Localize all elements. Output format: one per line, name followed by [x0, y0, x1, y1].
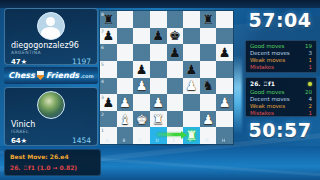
player-top-stars: 47★: [11, 58, 27, 66]
shield-icon: [37, 71, 44, 80]
white-pawn-c4[interactable]: ♟: [136, 79, 148, 92]
square-b8[interactable]: [117, 11, 134, 28]
square-h4[interactable]: [216, 78, 233, 95]
square-g6[interactable]: [200, 44, 217, 61]
square-c4[interactable]: ♟: [133, 78, 150, 95]
square-h3[interactable]: ♟: [216, 94, 233, 111]
square-b3[interactable]: ♟: [117, 94, 134, 111]
square-h8[interactable]: [216, 11, 233, 28]
last-move-label: 26. ♖f1: [250, 80, 275, 88]
square-a7[interactable]: 7♟: [100, 28, 117, 45]
square-a4[interactable]: 4: [100, 78, 117, 95]
square-f3[interactable]: [183, 94, 200, 111]
white-pawn-h3[interactable]: ♟: [219, 96, 231, 109]
square-e5[interactable]: [167, 61, 184, 78]
square-f2[interactable]: [183, 111, 200, 128]
star-icon: ★: [21, 58, 27, 66]
avatar-top[interactable]: [37, 12, 65, 40]
stat-row-weak-moves: Weak moves1: [250, 57, 312, 64]
black-pawn-a7[interactable]: ♟: [102, 29, 114, 42]
player-top-rating: 1197: [72, 57, 91, 66]
black-king-e7[interactable]: ♚: [169, 29, 181, 42]
square-h6[interactable]: ♟: [216, 44, 233, 61]
white-pawn-b3[interactable]: ♟: [119, 96, 131, 109]
square-c2[interactable]: ♚: [133, 111, 150, 128]
square-g3[interactable]: [200, 94, 217, 111]
square-d4[interactable]: [150, 78, 167, 95]
black-pawn-h6[interactable]: ♟: [219, 46, 231, 59]
square-f8[interactable]: [183, 11, 200, 28]
player-top-name: diegogonzalez96: [11, 41, 91, 50]
stat-row-decent-moves: Decent moves3: [250, 50, 312, 57]
square-e4[interactable]: [167, 78, 184, 95]
square-a2[interactable]: 2: [100, 111, 117, 128]
square-d7[interactable]: ♟: [150, 28, 167, 45]
square-c8[interactable]: [133, 11, 150, 28]
square-c3[interactable]: [133, 94, 150, 111]
black-pawn-a3[interactable]: ♟: [102, 96, 114, 109]
move-stats-bottom: 26. ♖f1 Good moves20Decent moves4Weak mo…: [245, 77, 317, 117]
played-move-eval-text: 26. ♖f1 (1.0 → 0.82): [10, 164, 95, 172]
square-b5[interactable]: [117, 61, 134, 78]
cyan-glow-streak: [233, 55, 242, 135]
stat-row-mistakes: Mistakes1: [250, 64, 312, 71]
square-h2[interactable]: [216, 111, 233, 128]
rank-label: 4: [101, 79, 104, 84]
last-move-arrowhead: [181, 131, 187, 139]
square-e7[interactable]: ♚: [167, 28, 184, 45]
black-pawn-d7[interactable]: ♟: [152, 29, 164, 42]
square-g2[interactable]: ♟: [200, 111, 217, 128]
avatar-silhouette-head-icon: [46, 17, 55, 26]
file-label: A: [99, 138, 116, 143]
square-d5[interactable]: [150, 61, 167, 78]
chess-board[interactable]: 8♜♜7♟♟♚6♟♟5♟♟4♟♟♞3♟♟♟♟2♝♚♜♟1♜: [99, 10, 234, 145]
best-move-text: Best Move: 26.e4: [10, 153, 95, 161]
white-pawn-d3[interactable]: ♟: [152, 96, 164, 109]
square-g7[interactable]: [200, 28, 217, 45]
stat-row-decent-moves: Decent moves4: [250, 96, 312, 103]
square-g4[interactable]: ♞: [200, 78, 217, 95]
player-card-top: diegogonzalez96 ARGENTINA 47★ 1197: [4, 8, 98, 65]
chessfriends-logo[interactable]: Chess Friends .com: [4, 67, 98, 84]
square-a3[interactable]: 3♟: [100, 94, 117, 111]
avatar-silhouette-body-icon: [41, 27, 60, 39]
square-b6[interactable]: [117, 44, 134, 61]
file-label: B: [116, 138, 133, 143]
file-labels: ABCDEFGH: [99, 138, 232, 143]
square-a5[interactable]: 5: [100, 61, 117, 78]
square-b2[interactable]: ♝: [117, 111, 134, 128]
last-move-arrow: [157, 133, 182, 136]
square-c7[interactable]: [133, 28, 150, 45]
white-rook-d2[interactable]: ♜: [152, 113, 164, 126]
black-pawn-e6[interactable]: ♟: [169, 46, 181, 59]
app-screen: diegogonzalez96 ARGENTINA 47★ 1197 Chess…: [0, 0, 320, 180]
file-label: G: [199, 138, 216, 143]
player-bottom-stars: 64★: [11, 137, 27, 145]
black-knight-g4[interactable]: ♞: [202, 79, 214, 92]
square-e3[interactable]: [167, 94, 184, 111]
logo-text-chess: Chess: [8, 71, 35, 80]
square-d3[interactable]: ♟: [150, 94, 167, 111]
rank-label: 5: [101, 62, 104, 67]
square-f7[interactable]: [183, 28, 200, 45]
clock-bottom: 50:57: [243, 119, 317, 147]
white-king-c2[interactable]: ♚: [136, 113, 148, 126]
square-a6[interactable]: 6: [100, 44, 117, 61]
square-f5[interactable]: ♟: [183, 61, 200, 78]
avatar-bottom[interactable]: [37, 91, 65, 119]
black-rook-g8[interactable]: ♜: [202, 13, 214, 26]
file-label: C: [132, 138, 149, 143]
square-d2[interactable]: ♜: [150, 111, 167, 128]
square-c6[interactable]: [133, 44, 150, 61]
square-g5[interactable]: [200, 61, 217, 78]
square-c5[interactable]: ♟: [133, 61, 150, 78]
square-h7[interactable]: [216, 28, 233, 45]
white-pawn-f4[interactable]: ♟: [186, 79, 198, 92]
square-e8[interactable]: [167, 11, 184, 28]
black-pawn-f5[interactable]: ♟: [186, 63, 198, 76]
white-pawn-g2[interactable]: ♟: [202, 113, 214, 126]
white-bishop-b2[interactable]: ♝: [119, 113, 131, 126]
player-bottom-name: Vinich: [11, 120, 91, 129]
square-b4[interactable]: [117, 78, 134, 95]
rank-label: 8: [101, 12, 104, 17]
clock-top: 57:04: [243, 9, 317, 37]
player-bottom-rating: 1454: [72, 136, 91, 145]
square-d6[interactable]: [150, 44, 167, 61]
stat-row-weak-moves: Weak moves2: [250, 103, 312, 110]
square-h5[interactable]: [216, 61, 233, 78]
square-b7[interactable]: [117, 28, 134, 45]
move-quality-dot-icon: [308, 82, 312, 86]
stat-row-good-moves: Good moves19: [250, 43, 312, 50]
logo-text-com: .com: [80, 73, 94, 79]
square-e6[interactable]: ♟: [167, 44, 184, 61]
player-card-bottom: Vinich ISRAEL 64★ 1454: [4, 87, 98, 146]
logo-text-friends: Friends: [46, 71, 79, 80]
file-label: H: [215, 138, 232, 143]
square-f4[interactable]: ♟: [183, 78, 200, 95]
move-stats-top: Good moves19Decent moves3Weak moves1Mist…: [245, 40, 317, 73]
rank-label: 7: [101, 29, 104, 34]
top-decor-bar: [0, 0, 320, 8]
file-label: E: [166, 138, 183, 143]
square-a8[interactable]: 8♜: [100, 11, 117, 28]
square-f6[interactable]: [183, 44, 200, 61]
rank-label: 1: [101, 128, 104, 133]
stat-row-mistakes: Mistakes1: [250, 110, 312, 117]
rank-label: 2: [101, 112, 104, 117]
square-d8[interactable]: [150, 11, 167, 28]
player-top-country: ARGENTINA: [11, 50, 91, 56]
stat-row-good-moves: Good moves20: [250, 89, 312, 96]
file-label: D: [149, 138, 166, 143]
rank-label: 3: [101, 95, 104, 100]
file-label: F: [182, 138, 199, 143]
best-move-panel: Best Move: 26.e4 26. ♖f1 (1.0 → 0.82): [4, 149, 101, 176]
black-pawn-c5[interactable]: ♟: [136, 63, 148, 76]
square-g8[interactable]: ♜: [200, 11, 217, 28]
star-icon: ★: [21, 137, 27, 145]
player-bottom-country: ISRAEL: [11, 129, 91, 135]
square-e2[interactable]: [167, 111, 184, 128]
rank-label: 6: [101, 45, 104, 50]
black-rook-a8[interactable]: ♜: [102, 13, 114, 26]
